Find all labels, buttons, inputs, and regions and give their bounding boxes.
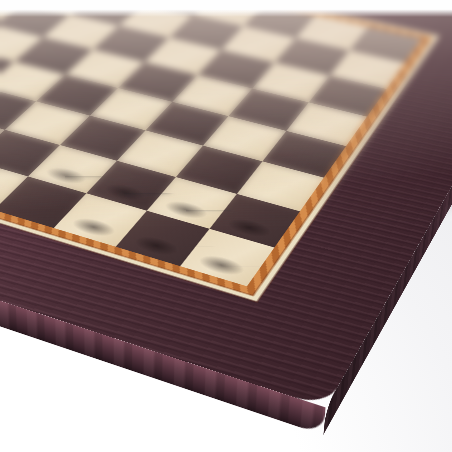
- board-scene: ♜♞♝♛♟♟♟♟: [0, 0, 452, 452]
- chess-set-photo: ♜♞♝♛♟♟♟♟: [0, 0, 452, 452]
- black-rook-glyph: ♜: [139, 114, 301, 286]
- chess-board: ♜♞♝♛♟♟♟♟: [0, 0, 452, 407]
